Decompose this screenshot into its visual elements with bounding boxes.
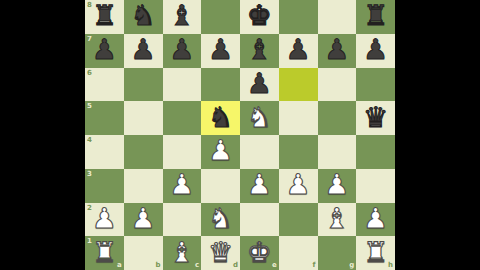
square-b3[interactable] xyxy=(124,169,163,203)
square-e1[interactable]: e♚ xyxy=(240,236,279,270)
square-c8[interactable]: ♝ xyxy=(163,0,202,34)
piece-black-pawn[interactable]: ♟ xyxy=(286,34,311,66)
file-label-d: d xyxy=(233,261,238,269)
file-label-g: g xyxy=(349,261,354,269)
square-f2[interactable] xyxy=(279,203,318,237)
piece-black-pawn[interactable]: ♟ xyxy=(363,34,388,66)
square-g7[interactable]: ♟ xyxy=(318,34,357,68)
square-a5[interactable]: 5 xyxy=(85,101,124,135)
piece-black-pawn[interactable]: ♟ xyxy=(247,68,272,100)
file-label-c: c xyxy=(195,261,199,269)
square-a7[interactable]: 7♟ xyxy=(85,34,124,68)
square-f6[interactable] xyxy=(279,68,318,102)
piece-white-rook[interactable]: ♜ xyxy=(363,236,388,268)
piece-black-pawn[interactable]: ♟ xyxy=(324,34,349,66)
square-b1[interactable]: b xyxy=(124,236,163,270)
piece-white-bishop[interactable]: ♝ xyxy=(324,203,349,235)
square-g1[interactable]: g xyxy=(318,236,357,270)
square-b4[interactable] xyxy=(124,135,163,169)
piece-white-king[interactable]: ♚ xyxy=(247,236,272,268)
square-h2[interactable]: ♟ xyxy=(356,203,395,237)
piece-white-pawn[interactable]: ♟ xyxy=(363,203,388,235)
square-c1[interactable]: c♝ xyxy=(163,236,202,270)
square-g6[interactable] xyxy=(318,68,357,102)
square-b2[interactable]: ♟ xyxy=(124,203,163,237)
square-a3[interactable]: 3 xyxy=(85,169,124,203)
file-label-e: e xyxy=(272,261,277,269)
square-b6[interactable] xyxy=(124,68,163,102)
piece-white-rook[interactable]: ♜ xyxy=(92,236,117,268)
square-e5[interactable]: ♞ xyxy=(240,101,279,135)
square-g4[interactable] xyxy=(318,135,357,169)
piece-white-pawn[interactable]: ♟ xyxy=(286,169,311,201)
square-h3[interactable] xyxy=(356,169,395,203)
square-h4[interactable] xyxy=(356,135,395,169)
file-label-a: a xyxy=(117,261,122,269)
file-label-f: f xyxy=(312,261,315,269)
piece-black-knight[interactable]: ♞ xyxy=(131,0,156,32)
piece-black-rook[interactable]: ♜ xyxy=(92,0,117,32)
square-b8[interactable]: ♞ xyxy=(124,0,163,34)
rank-label-4: 4 xyxy=(87,136,92,144)
square-f5[interactable] xyxy=(279,101,318,135)
square-f1[interactable]: f xyxy=(279,236,318,270)
square-e3[interactable]: ♟ xyxy=(240,169,279,203)
piece-black-pawn[interactable]: ♟ xyxy=(169,34,194,66)
square-f8[interactable] xyxy=(279,0,318,34)
piece-white-bishop[interactable]: ♝ xyxy=(169,236,194,268)
square-c2[interactable] xyxy=(163,203,202,237)
square-h1[interactable]: h♜ xyxy=(356,236,395,270)
square-b5[interactable] xyxy=(124,101,163,135)
piece-black-bishop[interactable]: ♝ xyxy=(247,34,272,66)
rank-label-3: 3 xyxy=(87,170,92,178)
square-e7[interactable]: ♝ xyxy=(240,34,279,68)
square-f4[interactable] xyxy=(279,135,318,169)
square-h6[interactable] xyxy=(356,68,395,102)
square-c6[interactable] xyxy=(163,68,202,102)
square-d5[interactable]: ♞ xyxy=(201,101,240,135)
rank-label-5: 5 xyxy=(87,102,92,110)
square-b7[interactable]: ♟ xyxy=(124,34,163,68)
square-g3[interactable]: ♟ xyxy=(318,169,357,203)
square-d6[interactable] xyxy=(201,68,240,102)
piece-white-queen[interactable]: ♛ xyxy=(208,236,233,268)
square-c3[interactable]: ♟ xyxy=(163,169,202,203)
piece-black-knight[interactable]: ♞ xyxy=(208,101,233,133)
square-f7[interactable]: ♟ xyxy=(279,34,318,68)
square-g2[interactable]: ♝ xyxy=(318,203,357,237)
piece-black-bishop[interactable]: ♝ xyxy=(169,0,194,32)
piece-black-pawn[interactable]: ♟ xyxy=(208,34,233,66)
square-g8[interactable] xyxy=(318,0,357,34)
file-label-h: h xyxy=(388,261,393,269)
piece-black-queen[interactable]: ♛ xyxy=(363,101,388,133)
square-d4[interactable]: ♟ xyxy=(201,135,240,169)
square-e2[interactable] xyxy=(240,203,279,237)
piece-white-pawn[interactable]: ♟ xyxy=(92,203,117,235)
square-h8[interactable]: ♜ xyxy=(356,0,395,34)
piece-black-pawn[interactable]: ♟ xyxy=(92,34,117,66)
right-black-bar xyxy=(395,0,480,270)
square-d1[interactable]: d♛ xyxy=(201,236,240,270)
square-a1[interactable]: 1a♜ xyxy=(85,236,124,270)
rank-label-6: 6 xyxy=(87,69,92,77)
left-black-bar xyxy=(0,0,85,270)
piece-white-pawn[interactable]: ♟ xyxy=(324,169,349,201)
square-c7[interactable]: ♟ xyxy=(163,34,202,68)
square-g5[interactable] xyxy=(318,101,357,135)
square-a8[interactable]: 8♜ xyxy=(85,0,124,34)
piece-white-pawn[interactable]: ♟ xyxy=(169,169,194,201)
square-d7[interactable]: ♟ xyxy=(201,34,240,68)
square-d3[interactable] xyxy=(201,169,240,203)
piece-white-pawn[interactable]: ♟ xyxy=(208,135,233,167)
piece-black-rook[interactable]: ♜ xyxy=(363,0,388,32)
piece-black-king[interactable]: ♚ xyxy=(247,0,272,32)
chess-board: 8♜♞♝♚♜7♟♟♟♟♝♟♟♟6♟5♞♞♛4♟3♟♟♟♟2♟♟♞♝♟1a♜bc♝… xyxy=(85,0,395,270)
square-e6[interactable]: ♟ xyxy=(240,68,279,102)
piece-white-knight[interactable]: ♞ xyxy=(247,101,272,133)
piece-white-pawn[interactable]: ♟ xyxy=(247,169,272,201)
square-e4[interactable] xyxy=(240,135,279,169)
square-d8[interactable] xyxy=(201,0,240,34)
square-f3[interactable]: ♟ xyxy=(279,169,318,203)
square-a4[interactable]: 4 xyxy=(85,135,124,169)
screenshot-stage: 8♜♞♝♚♜7♟♟♟♟♝♟♟♟6♟5♞♞♛4♟3♟♟♟♟2♟♟♞♝♟1a♜bc♝… xyxy=(0,0,480,270)
square-d2[interactable]: ♞ xyxy=(201,203,240,237)
square-h7[interactable]: ♟ xyxy=(356,34,395,68)
square-c5[interactable] xyxy=(163,101,202,135)
piece-white-knight[interactable]: ♞ xyxy=(208,203,233,235)
square-a2[interactable]: 2♟ xyxy=(85,203,124,237)
square-e8[interactable]: ♚ xyxy=(240,0,279,34)
square-c4[interactable] xyxy=(163,135,202,169)
piece-white-pawn[interactable]: ♟ xyxy=(131,203,156,235)
square-h5[interactable]: ♛ xyxy=(356,101,395,135)
piece-black-pawn[interactable]: ♟ xyxy=(131,34,156,66)
file-label-b: b xyxy=(155,261,160,269)
square-a6[interactable]: 6 xyxy=(85,68,124,102)
